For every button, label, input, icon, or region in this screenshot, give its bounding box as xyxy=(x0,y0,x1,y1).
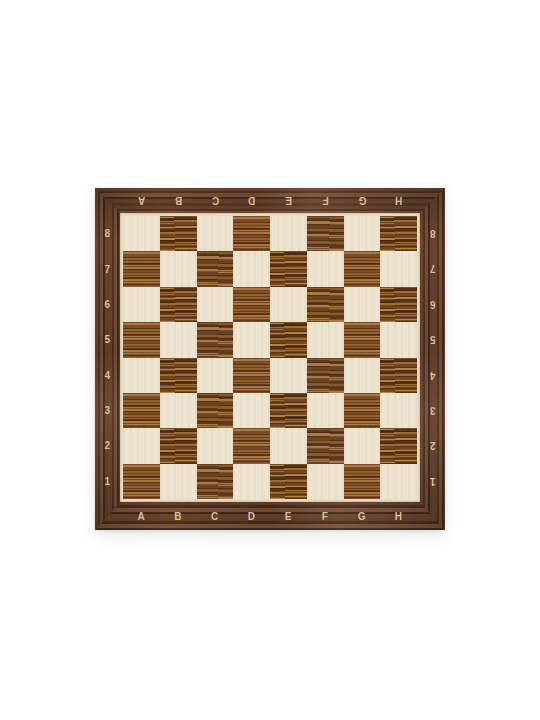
square-c1[interactable] xyxy=(197,464,234,499)
square-g3[interactable] xyxy=(344,393,381,428)
square-c8[interactable] xyxy=(197,216,234,251)
square-c7[interactable] xyxy=(197,251,234,286)
playing-field xyxy=(120,213,420,502)
square-f5[interactable] xyxy=(307,322,344,357)
square-e5[interactable] xyxy=(270,322,307,357)
board-frame-bottom xyxy=(95,502,445,530)
square-e7[interactable] xyxy=(270,251,307,286)
square-b8[interactable] xyxy=(160,216,197,251)
square-b1[interactable] xyxy=(160,464,197,499)
board-frame-top xyxy=(95,188,445,213)
square-f3[interactable] xyxy=(307,393,344,428)
square-a7[interactable] xyxy=(123,251,160,286)
square-d3[interactable] xyxy=(233,393,270,428)
square-f4[interactable] xyxy=(307,358,344,393)
square-e2[interactable] xyxy=(270,428,307,463)
square-b4[interactable] xyxy=(160,358,197,393)
square-f8[interactable] xyxy=(307,216,344,251)
square-f1[interactable] xyxy=(307,464,344,499)
square-d2[interactable] xyxy=(233,428,270,463)
square-e8[interactable] xyxy=(270,216,307,251)
square-d7[interactable] xyxy=(233,251,270,286)
square-h6[interactable] xyxy=(380,287,417,322)
square-c6[interactable] xyxy=(197,287,234,322)
square-g6[interactable] xyxy=(344,287,381,322)
square-a4[interactable] xyxy=(123,358,160,393)
square-b5[interactable] xyxy=(160,322,197,357)
square-e4[interactable] xyxy=(270,358,307,393)
square-b3[interactable] xyxy=(160,393,197,428)
square-a2[interactable] xyxy=(123,428,160,463)
square-d8[interactable] xyxy=(233,216,270,251)
square-h8[interactable] xyxy=(380,216,417,251)
square-f2[interactable] xyxy=(307,428,344,463)
square-e3[interactable] xyxy=(270,393,307,428)
square-g5[interactable] xyxy=(344,322,381,357)
square-c3[interactable] xyxy=(197,393,234,428)
square-c2[interactable] xyxy=(197,428,234,463)
square-h3[interactable] xyxy=(380,393,417,428)
square-d1[interactable] xyxy=(233,464,270,499)
square-e1[interactable] xyxy=(270,464,307,499)
square-f6[interactable] xyxy=(307,287,344,322)
square-c5[interactable] xyxy=(197,322,234,357)
board-grid xyxy=(123,216,417,499)
square-c4[interactable] xyxy=(197,358,234,393)
square-g1[interactable] xyxy=(344,464,381,499)
square-g2[interactable] xyxy=(344,428,381,463)
square-h5[interactable] xyxy=(380,322,417,357)
square-h7[interactable] xyxy=(380,251,417,286)
square-h4[interactable] xyxy=(380,358,417,393)
square-e6[interactable] xyxy=(270,287,307,322)
square-g4[interactable] xyxy=(344,358,381,393)
square-b7[interactable] xyxy=(160,251,197,286)
square-a5[interactable] xyxy=(123,322,160,357)
square-a8[interactable] xyxy=(123,216,160,251)
square-a1[interactable] xyxy=(123,464,160,499)
square-g7[interactable] xyxy=(344,251,381,286)
square-a3[interactable] xyxy=(123,393,160,428)
square-g8[interactable] xyxy=(344,216,381,251)
square-h2[interactable] xyxy=(380,428,417,463)
square-h1[interactable] xyxy=(380,464,417,499)
square-a6[interactable] xyxy=(123,287,160,322)
board-frame-right xyxy=(420,188,445,530)
square-b2[interactable] xyxy=(160,428,197,463)
square-d5[interactable] xyxy=(233,322,270,357)
square-f7[interactable] xyxy=(307,251,344,286)
board-frame-left xyxy=(95,188,120,530)
chess-board: ABCDEFGH ABCDEFGH 87654321 87654321 xyxy=(95,188,445,530)
square-d6[interactable] xyxy=(233,287,270,322)
square-d4[interactable] xyxy=(233,358,270,393)
page-background: ABCDEFGH ABCDEFGH 87654321 87654321 xyxy=(0,0,540,720)
square-b6[interactable] xyxy=(160,287,197,322)
